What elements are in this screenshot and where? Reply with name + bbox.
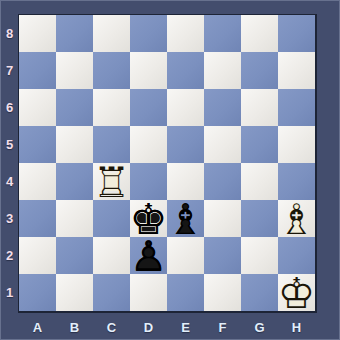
square-a6[interactable] bbox=[19, 89, 56, 126]
square-c8[interactable] bbox=[93, 15, 130, 52]
square-e7[interactable] bbox=[167, 52, 204, 89]
square-d1[interactable] bbox=[130, 274, 167, 311]
square-a5[interactable] bbox=[19, 126, 56, 163]
square-g6[interactable] bbox=[241, 89, 278, 126]
square-d3[interactable]: ♚♔ bbox=[130, 200, 167, 237]
square-b2[interactable] bbox=[56, 237, 93, 274]
square-e1[interactable] bbox=[167, 274, 204, 311]
square-h1[interactable]: ♚♔ bbox=[278, 274, 315, 311]
square-f2[interactable] bbox=[204, 237, 241, 274]
square-c2[interactable] bbox=[93, 237, 130, 274]
square-c5[interactable] bbox=[93, 126, 130, 163]
black-pawn-outline-glyph: ♙ bbox=[130, 237, 167, 274]
square-b8[interactable] bbox=[56, 15, 93, 52]
rank-label-3: 3 bbox=[1, 200, 18, 237]
square-c7[interactable] bbox=[93, 52, 130, 89]
square-a7[interactable] bbox=[19, 52, 56, 89]
square-a8[interactable] bbox=[19, 15, 56, 52]
black-pawn-fill-glyph: ♟ bbox=[130, 237, 167, 274]
white-bishop-fill-glyph: ♝ bbox=[278, 200, 315, 237]
square-g3[interactable] bbox=[241, 200, 278, 237]
square-d8[interactable] bbox=[130, 15, 167, 52]
square-b4[interactable] bbox=[56, 163, 93, 200]
square-h2[interactable] bbox=[278, 237, 315, 274]
rank-labels: 87654321 bbox=[1, 15, 18, 311]
rank-label-6: 6 bbox=[1, 89, 18, 126]
black-pawn-piece[interactable]: ♟♙ bbox=[130, 237, 167, 274]
square-e4[interactable] bbox=[167, 163, 204, 200]
black-king-fill-glyph: ♚ bbox=[130, 200, 167, 237]
square-e3[interactable]: ♝♗ bbox=[167, 200, 204, 237]
file-label-h: H bbox=[278, 317, 315, 337]
white-king-outline-glyph: ♔ bbox=[278, 274, 315, 311]
chess-diagram-frame: 87654321 ♜♖♚♔♝♗♝♗♟♙♚♔ ABCDEFGH bbox=[0, 0, 340, 340]
square-e8[interactable] bbox=[167, 15, 204, 52]
square-f6[interactable] bbox=[204, 89, 241, 126]
square-f1[interactable] bbox=[204, 274, 241, 311]
file-label-g: G bbox=[241, 317, 278, 337]
square-c4[interactable]: ♜♖ bbox=[93, 163, 130, 200]
square-a2[interactable] bbox=[19, 237, 56, 274]
square-f5[interactable] bbox=[204, 126, 241, 163]
square-a1[interactable] bbox=[19, 274, 56, 311]
square-b5[interactable] bbox=[56, 126, 93, 163]
square-g4[interactable] bbox=[241, 163, 278, 200]
square-d5[interactable] bbox=[130, 126, 167, 163]
file-label-a: A bbox=[19, 317, 56, 337]
square-c1[interactable] bbox=[93, 274, 130, 311]
white-rook-fill-glyph: ♜ bbox=[93, 163, 130, 200]
square-g2[interactable] bbox=[241, 237, 278, 274]
file-label-e: E bbox=[167, 317, 204, 337]
chess-board: ♜♖♚♔♝♗♝♗♟♙♚♔ bbox=[18, 14, 317, 313]
file-labels: ABCDEFGH bbox=[19, 317, 315, 337]
file-label-f: F bbox=[204, 317, 241, 337]
rank-label-2: 2 bbox=[1, 237, 18, 274]
square-f7[interactable] bbox=[204, 52, 241, 89]
black-bishop-piece[interactable]: ♝♗ bbox=[167, 200, 204, 237]
square-d2[interactable]: ♟♙ bbox=[130, 237, 167, 274]
square-g8[interactable] bbox=[241, 15, 278, 52]
square-b1[interactable] bbox=[56, 274, 93, 311]
square-c6[interactable] bbox=[93, 89, 130, 126]
file-label-b: B bbox=[56, 317, 93, 337]
square-d7[interactable] bbox=[130, 52, 167, 89]
square-a4[interactable] bbox=[19, 163, 56, 200]
square-d6[interactable] bbox=[130, 89, 167, 126]
square-h5[interactable] bbox=[278, 126, 315, 163]
white-king-fill-glyph: ♚ bbox=[278, 274, 315, 311]
square-f3[interactable] bbox=[204, 200, 241, 237]
black-bishop-fill-glyph: ♝ bbox=[167, 200, 204, 237]
square-h8[interactable] bbox=[278, 15, 315, 52]
square-e6[interactable] bbox=[167, 89, 204, 126]
square-e5[interactable] bbox=[167, 126, 204, 163]
white-bishop-piece[interactable]: ♝♗ bbox=[278, 200, 315, 237]
square-c3[interactable] bbox=[93, 200, 130, 237]
square-b7[interactable] bbox=[56, 52, 93, 89]
square-b6[interactable] bbox=[56, 89, 93, 126]
black-king-piece[interactable]: ♚♔ bbox=[130, 200, 167, 237]
square-h4[interactable] bbox=[278, 163, 315, 200]
square-h3[interactable]: ♝♗ bbox=[278, 200, 315, 237]
rank-label-7: 7 bbox=[1, 52, 18, 89]
black-king-outline-glyph: ♔ bbox=[130, 200, 167, 237]
file-label-d: D bbox=[130, 317, 167, 337]
white-king-piece[interactable]: ♚♔ bbox=[278, 274, 315, 311]
white-bishop-outline-glyph: ♗ bbox=[278, 200, 315, 237]
square-f8[interactable] bbox=[204, 15, 241, 52]
rank-label-4: 4 bbox=[1, 163, 18, 200]
file-label-c: C bbox=[93, 317, 130, 337]
square-f4[interactable] bbox=[204, 163, 241, 200]
square-g5[interactable] bbox=[241, 126, 278, 163]
square-e2[interactable] bbox=[167, 237, 204, 274]
white-rook-piece[interactable]: ♜♖ bbox=[93, 163, 130, 200]
rank-label-5: 5 bbox=[1, 126, 18, 163]
rank-label-8: 8 bbox=[1, 15, 18, 52]
square-b3[interactable] bbox=[56, 200, 93, 237]
square-d4[interactable] bbox=[130, 163, 167, 200]
black-bishop-outline-glyph: ♗ bbox=[167, 200, 204, 237]
rank-label-1: 1 bbox=[1, 274, 18, 311]
square-g1[interactable] bbox=[241, 274, 278, 311]
square-g7[interactable] bbox=[241, 52, 278, 89]
square-h6[interactable] bbox=[278, 89, 315, 126]
square-a3[interactable] bbox=[19, 200, 56, 237]
square-h7[interactable] bbox=[278, 52, 315, 89]
white-rook-outline-glyph: ♖ bbox=[93, 163, 130, 200]
